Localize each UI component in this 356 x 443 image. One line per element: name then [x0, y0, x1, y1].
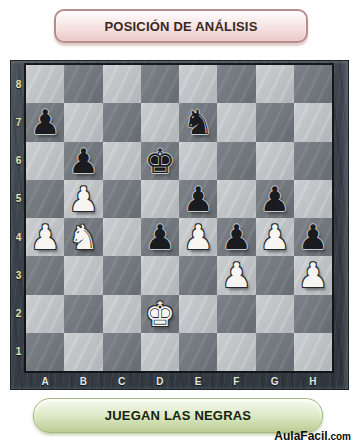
- rank-label-5: 5: [11, 180, 26, 218]
- aulafacil-watermark-name: AulaFacil: [274, 429, 327, 443]
- file-label-c: C: [103, 371, 141, 391]
- square-e6: [179, 142, 217, 180]
- black-pawn-e5: ♟: [183, 180, 213, 218]
- square-f7: [217, 103, 255, 141]
- white-king-d2: ♚: [145, 295, 175, 333]
- file-label-a: A: [26, 371, 64, 391]
- file-labels: ABCDEFGH: [26, 371, 332, 391]
- square-d7: [141, 103, 179, 141]
- square-c5: [103, 180, 141, 218]
- rank-label-4: 4: [11, 218, 26, 256]
- square-b1: [64, 333, 102, 371]
- black-knight-e7: ♞: [183, 103, 213, 141]
- square-c2: [103, 295, 141, 333]
- square-d4: ♟: [141, 218, 179, 256]
- square-c7: [103, 103, 141, 141]
- file-label-h: H: [294, 371, 332, 391]
- square-e2: [179, 295, 217, 333]
- square-g8: [256, 65, 294, 103]
- square-g7: [256, 103, 294, 141]
- square-a3: [26, 256, 64, 294]
- square-h2: [294, 295, 332, 333]
- square-f8: [217, 65, 255, 103]
- analysis-position-banner: POSICIÓN DE ANÁLISIS: [54, 9, 308, 43]
- square-d8: [141, 65, 179, 103]
- square-h7: [294, 103, 332, 141]
- square-e8: [179, 65, 217, 103]
- square-h5: [294, 180, 332, 218]
- square-b6: ♟: [64, 142, 102, 180]
- rank-label-1: 1: [11, 333, 26, 371]
- square-a2: [26, 295, 64, 333]
- square-b3: [64, 256, 102, 294]
- square-h6: [294, 142, 332, 180]
- board-grid: ♟♞♟♚♟♟♟♟♞♟♟♟♟♟♟♟♚: [26, 65, 332, 371]
- rank-label-2: 2: [11, 295, 26, 333]
- square-d1: [141, 333, 179, 371]
- square-a6: [26, 142, 64, 180]
- square-f2: [217, 295, 255, 333]
- side-to-move-label: JUEGAN LAS NEGRAS: [105, 408, 251, 423]
- square-f6: [217, 142, 255, 180]
- square-d2: ♚: [141, 295, 179, 333]
- analysis-position-label: POSICIÓN DE ANÁLISIS: [104, 19, 257, 34]
- square-e4: ♟: [179, 218, 217, 256]
- square-h4: ♟: [294, 218, 332, 256]
- rank-labels: 87654321: [11, 65, 26, 371]
- square-b7: [64, 103, 102, 141]
- square-a7: ♟: [26, 103, 64, 141]
- square-g6: [256, 142, 294, 180]
- square-f3: ♟: [217, 256, 255, 294]
- rank-label-3: 3: [11, 256, 26, 294]
- file-label-e: E: [179, 371, 217, 391]
- file-label-b: B: [64, 371, 102, 391]
- square-a1: [26, 333, 64, 371]
- square-e5: ♟: [179, 180, 217, 218]
- square-h3: ♟: [294, 256, 332, 294]
- square-h1: [294, 333, 332, 371]
- black-pawn-d4: ♟: [145, 218, 175, 256]
- file-label-f: F: [217, 371, 255, 391]
- rank-label-8: 8: [11, 65, 26, 103]
- square-c4: [103, 218, 141, 256]
- white-pawn-f3: ♟: [221, 256, 251, 294]
- white-knight-b4: ♞: [68, 218, 98, 256]
- aulafacil-watermark: AulaFacil.com: [274, 426, 351, 443]
- black-king-d6: ♚: [145, 142, 175, 180]
- square-c8: [103, 65, 141, 103]
- rank-label-7: 7: [11, 103, 26, 141]
- square-e7: ♞: [179, 103, 217, 141]
- square-g2: [256, 295, 294, 333]
- square-g3: [256, 256, 294, 294]
- square-f5: [217, 180, 255, 218]
- square-d3: [141, 256, 179, 294]
- square-f1: [217, 333, 255, 371]
- square-g5: ♟: [256, 180, 294, 218]
- square-a8: [26, 65, 64, 103]
- square-b4: ♞: [64, 218, 102, 256]
- file-label-g: G: [256, 371, 294, 391]
- square-a4: ♟: [26, 218, 64, 256]
- white-pawn-h3: ♟: [298, 256, 328, 294]
- black-pawn-a7: ♟: [30, 103, 60, 141]
- square-b2: [64, 295, 102, 333]
- file-label-d: D: [141, 371, 179, 391]
- square-b5: ♟: [64, 180, 102, 218]
- chess-board: 87654321 ♟♞♟♚♟♟♟♟♞♟♟♟♟♟♟♟♚ ABCDEFGH: [10, 60, 349, 390]
- white-pawn-e4: ♟: [183, 218, 213, 256]
- square-e3: [179, 256, 217, 294]
- square-a5: [26, 180, 64, 218]
- square-b8: [64, 65, 102, 103]
- black-pawn-b6: ♟: [68, 142, 98, 180]
- square-c1: [103, 333, 141, 371]
- square-f4: ♟: [217, 218, 255, 256]
- square-h8: [294, 65, 332, 103]
- black-pawn-f4: ♟: [221, 218, 251, 256]
- square-g4: ♟: [256, 218, 294, 256]
- square-c6: [103, 142, 141, 180]
- white-pawn-b5: ♟: [68, 180, 98, 218]
- square-d6: ♚: [141, 142, 179, 180]
- aulafacil-watermark-suffix: .com: [328, 431, 351, 442]
- square-c3: [103, 256, 141, 294]
- square-d5: [141, 180, 179, 218]
- rank-label-6: 6: [11, 142, 26, 180]
- white-pawn-a4: ♟: [30, 218, 60, 256]
- white-pawn-g4: ♟: [259, 218, 289, 256]
- black-pawn-g5: ♟: [259, 180, 289, 218]
- square-e1: [179, 333, 217, 371]
- square-g1: [256, 333, 294, 371]
- black-pawn-h4: ♟: [298, 218, 328, 256]
